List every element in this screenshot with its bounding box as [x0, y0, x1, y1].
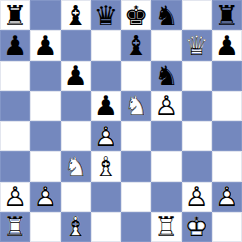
square-f1[interactable]: ♜♖ [151, 212, 181, 242]
square-f8[interactable]: ♞ [151, 0, 181, 30]
black-queen-piece: ♛ [91, 0, 121, 30]
square-c3[interactable]: ♞♘ [61, 151, 91, 181]
square-f4[interactable] [151, 121, 181, 151]
white-king-piece: ♚♔ [182, 212, 212, 242]
square-h6[interactable] [212, 61, 242, 91]
square-g8[interactable] [182, 0, 212, 30]
square-b7[interactable]: ♟ [30, 30, 60, 60]
square-d3[interactable]: ♝♗ [91, 151, 121, 181]
square-h1[interactable] [212, 212, 242, 242]
square-e1[interactable] [121, 212, 151, 242]
black-bishop-glyph-fill: ♝ [61, 0, 91, 30]
square-h7[interactable]: ♟ [212, 30, 242, 60]
black-knight-piece: ♞ [151, 0, 181, 30]
square-a1[interactable]: ♜♖ [0, 212, 30, 242]
square-a5[interactable] [0, 91, 30, 121]
black-knight-glyph-fill: ♞ [151, 0, 181, 30]
black-knight-piece: ♞ [151, 61, 181, 91]
square-e7[interactable]: ♝ [121, 30, 151, 60]
square-e6[interactable] [121, 61, 151, 91]
square-g7[interactable]: ♛♕ [182, 30, 212, 60]
square-f6[interactable]: ♞ [151, 61, 181, 91]
square-e5[interactable]: ♞♘ [121, 91, 151, 121]
black-king-glyph-fill: ♚ [121, 0, 151, 30]
square-g5[interactable] [182, 91, 212, 121]
square-h8[interactable]: ♜ [212, 0, 242, 30]
square-b2[interactable]: ♟♙ [30, 182, 60, 212]
square-d6[interactable] [91, 61, 121, 91]
white-pawn-glyph-outline: ♙ [91, 121, 121, 151]
square-d1[interactable] [91, 212, 121, 242]
square-b4[interactable] [30, 121, 60, 151]
square-a6[interactable] [0, 61, 30, 91]
square-e3[interactable] [121, 151, 151, 181]
square-g1[interactable]: ♚♔ [182, 212, 212, 242]
black-pawn-piece: ♟ [212, 30, 242, 60]
white-rook-piece: ♜♖ [0, 212, 30, 242]
black-pawn-piece: ♟ [91, 91, 121, 121]
square-c1[interactable]: ♝♗ [61, 212, 91, 242]
white-pawn-piece: ♟♙ [151, 91, 181, 121]
square-d8[interactable]: ♛ [91, 0, 121, 30]
square-d4[interactable]: ♟♙ [91, 121, 121, 151]
square-g2[interactable]: ♟♙ [182, 182, 212, 212]
white-bishop-glyph-outline: ♗ [61, 212, 91, 242]
black-pawn-glyph-fill: ♟ [91, 91, 121, 121]
square-g4[interactable] [182, 121, 212, 151]
black-knight-glyph-fill: ♞ [151, 61, 181, 91]
square-f5[interactable]: ♟♙ [151, 91, 181, 121]
square-c8[interactable]: ♝ [61, 0, 91, 30]
black-pawn-piece: ♟ [61, 61, 91, 91]
black-pawn-glyph-fill: ♟ [61, 61, 91, 91]
square-f3[interactable] [151, 151, 181, 181]
square-b6[interactable] [30, 61, 60, 91]
square-a4[interactable] [0, 121, 30, 151]
chess-board: ♜♝♛♚♞♜♟♟♝♛♕♟♟♞♟♞♘♟♙♟♙♞♘♝♗♟♙♟♙♟♙♟♙♜♖♝♗♜♖♚… [0, 0, 242, 242]
black-queen-glyph-fill: ♛ [91, 0, 121, 30]
white-pawn-glyph-outline: ♙ [30, 182, 60, 212]
square-c7[interactable] [61, 30, 91, 60]
square-h5[interactable] [212, 91, 242, 121]
black-pawn-glyph-fill: ♟ [0, 30, 30, 60]
white-knight-piece: ♞♘ [61, 151, 91, 181]
square-c6[interactable]: ♟ [61, 61, 91, 91]
black-pawn-piece: ♟ [30, 30, 60, 60]
square-e4[interactable] [121, 121, 151, 151]
black-pawn-glyph-fill: ♟ [212, 30, 242, 60]
white-pawn-piece: ♟♙ [212, 182, 242, 212]
square-f7[interactable] [151, 30, 181, 60]
black-rook-glyph-fill: ♜ [212, 0, 242, 30]
white-rook-piece: ♜♖ [151, 212, 181, 242]
white-pawn-piece: ♟♙ [0, 182, 30, 212]
black-bishop-piece: ♝ [121, 30, 151, 60]
black-bishop-glyph-fill: ♝ [121, 30, 151, 60]
white-knight-glyph-outline: ♘ [121, 91, 151, 121]
white-pawn-piece: ♟♙ [30, 182, 60, 212]
square-h3[interactable] [212, 151, 242, 181]
white-pawn-piece: ♟♙ [182, 182, 212, 212]
white-rook-glyph-outline: ♖ [151, 212, 181, 242]
white-rook-glyph-outline: ♖ [0, 212, 30, 242]
black-pawn-piece: ♟ [0, 30, 30, 60]
white-pawn-piece: ♟♙ [91, 121, 121, 151]
black-rook-piece: ♜ [0, 0, 30, 30]
square-d7[interactable] [91, 30, 121, 60]
white-knight-piece: ♞♘ [121, 91, 151, 121]
square-d2[interactable] [91, 182, 121, 212]
square-h4[interactable] [212, 121, 242, 151]
white-pawn-glyph-outline: ♙ [0, 182, 30, 212]
square-h2[interactable]: ♟♙ [212, 182, 242, 212]
black-bishop-piece: ♝ [61, 0, 91, 30]
white-king-glyph-outline: ♔ [182, 212, 212, 242]
square-f2[interactable] [151, 182, 181, 212]
square-b8[interactable] [30, 0, 60, 30]
square-g6[interactable] [182, 61, 212, 91]
square-b3[interactable] [30, 151, 60, 181]
square-c2[interactable] [61, 182, 91, 212]
black-rook-glyph-fill: ♜ [0, 0, 30, 30]
square-a8[interactable]: ♜ [0, 0, 30, 30]
square-b5[interactable] [30, 91, 60, 121]
white-pawn-glyph-outline: ♙ [182, 182, 212, 212]
white-queen-piece: ♛♕ [182, 30, 212, 60]
square-a3[interactable] [0, 151, 30, 181]
white-knight-glyph-outline: ♘ [61, 151, 91, 181]
white-pawn-glyph-outline: ♙ [212, 182, 242, 212]
square-a2[interactable]: ♟♙ [0, 182, 30, 212]
black-king-piece: ♚ [121, 0, 151, 30]
white-pawn-glyph-outline: ♙ [151, 91, 181, 121]
black-pawn-glyph-fill: ♟ [30, 30, 60, 60]
square-e8[interactable]: ♚ [121, 0, 151, 30]
square-a7[interactable]: ♟ [0, 30, 30, 60]
white-queen-glyph-outline: ♕ [182, 30, 212, 60]
white-bishop-glyph-outline: ♗ [91, 151, 121, 181]
square-b1[interactable] [30, 212, 60, 242]
black-rook-piece: ♜ [212, 0, 242, 30]
white-bishop-piece: ♝♗ [61, 212, 91, 242]
square-g3[interactable] [182, 151, 212, 181]
white-bishop-piece: ♝♗ [91, 151, 121, 181]
square-c5[interactable] [61, 91, 91, 121]
square-e2[interactable] [121, 182, 151, 212]
square-d5[interactable]: ♟ [91, 91, 121, 121]
square-c4[interactable] [61, 121, 91, 151]
